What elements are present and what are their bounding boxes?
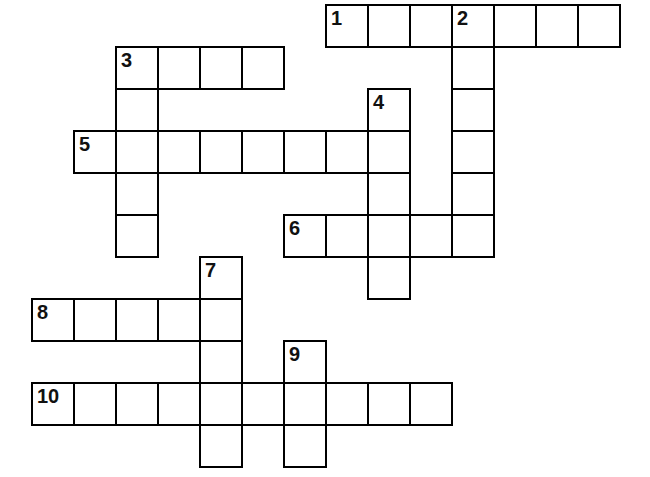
grid-cell-r7c5[interactable]: 7 [200, 257, 242, 299]
grid-cell-r3c9[interactable]: 4 [368, 89, 410, 131]
grid-cell-r4c3[interactable] [116, 131, 158, 173]
grid-cell-r5c11[interactable] [452, 173, 494, 215]
grid-cell-r3c3[interactable] [116, 89, 158, 131]
grid-cell-r10c8[interactable] [326, 383, 368, 425]
grid-cell-r11c7[interactable] [284, 425, 326, 467]
grid-cell-r9c5[interactable] [200, 341, 242, 383]
grid-cell-r10c7[interactable] [284, 383, 326, 425]
grid-cell-r4c2[interactable]: 5 [74, 131, 116, 173]
clue-number-9: 9 [289, 343, 300, 365]
clue-number-2: 2 [457, 7, 468, 29]
clue-number-7: 7 [205, 259, 216, 281]
clue-number-1: 1 [331, 7, 342, 29]
grid-cell-r1c14[interactable] [578, 5, 620, 47]
grid-cell-r5c9[interactable] [368, 173, 410, 215]
grid-cell-r6c10[interactable] [410, 215, 452, 257]
grid-cell-r1c11[interactable]: 2 [452, 5, 494, 47]
grid-cell-r4c4[interactable] [158, 131, 200, 173]
grid-cell-r4c9[interactable] [368, 131, 410, 173]
grid-cell-r10c6[interactable] [242, 383, 284, 425]
clue-number-3: 3 [121, 49, 132, 71]
grid-cell-r10c4[interactable] [158, 383, 200, 425]
grid-cell-r8c2[interactable] [74, 299, 116, 341]
grid-cell-r6c9[interactable] [368, 215, 410, 257]
grid-cell-r10c1[interactable]: 10 [32, 383, 74, 425]
clue-number-6: 6 [289, 217, 300, 239]
grid-cell-r4c11[interactable] [452, 131, 494, 173]
grid-cell-r9c7[interactable]: 9 [284, 341, 326, 383]
grid-cell-r10c9[interactable] [368, 383, 410, 425]
grid-cell-r10c5[interactable] [200, 383, 242, 425]
grid-cell-r5c3[interactable] [116, 173, 158, 215]
grid-cell-r4c7[interactable] [284, 131, 326, 173]
grid-cell-r2c5[interactable] [200, 47, 242, 89]
grid-cell-r3c11[interactable] [452, 89, 494, 131]
grid-cell-r10c3[interactable] [116, 383, 158, 425]
grid-cell-r8c1[interactable]: 8 [32, 299, 74, 341]
crossword-board: 12345678910 [32, 5, 620, 467]
clue-number-5: 5 [79, 133, 90, 155]
grid-cell-r4c8[interactable] [326, 131, 368, 173]
grid-cell-r6c3[interactable] [116, 215, 158, 257]
clue-number-4: 4 [373, 91, 384, 113]
grid-cell-r1c8[interactable]: 1 [326, 5, 368, 47]
grid-cell-r4c6[interactable] [242, 131, 284, 173]
grid-cell-r8c4[interactable] [158, 299, 200, 341]
grid-cell-r4c5[interactable] [200, 131, 242, 173]
grid-cell-r8c3[interactable] [116, 299, 158, 341]
grid-cell-r1c9[interactable] [368, 5, 410, 47]
grid-cell-r2c11[interactable] [452, 47, 494, 89]
grid-cell-r2c6[interactable] [242, 47, 284, 89]
grid-cell-r1c10[interactable] [410, 5, 452, 47]
grid-cell-r1c12[interactable] [494, 5, 536, 47]
grid-cell-r6c8[interactable] [326, 215, 368, 257]
grid-cell-r7c9[interactable] [368, 257, 410, 299]
clue-number-8: 8 [37, 301, 48, 323]
grid-cell-r10c10[interactable] [410, 383, 452, 425]
grid-cell-r2c3[interactable]: 3 [116, 47, 158, 89]
grid-cell-r11c5[interactable] [200, 425, 242, 467]
grid-cell-r1c13[interactable] [536, 5, 578, 47]
grid-cell-r10c2[interactable] [74, 383, 116, 425]
grid-cell-r8c5[interactable] [200, 299, 242, 341]
clue-number-10: 10 [37, 385, 59, 407]
grid-cell-r6c11[interactable] [452, 215, 494, 257]
grid-cell-r6c7[interactable]: 6 [284, 215, 326, 257]
grid-cell-r2c4[interactable] [158, 47, 200, 89]
